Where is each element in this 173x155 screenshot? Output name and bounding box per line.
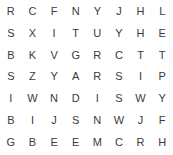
grid-cell[interactable]: I	[0, 88, 22, 110]
grid-cell[interactable]: N	[43, 88, 65, 110]
grid-cell[interactable]: E	[65, 131, 87, 153]
grid-cell[interactable]: I	[130, 66, 152, 88]
grid-cell[interactable]: F	[151, 110, 173, 132]
grid-cell[interactable]: S	[65, 110, 87, 132]
grid-cell[interactable]: U	[87, 23, 109, 45]
grid-cell[interactable]: P	[151, 66, 173, 88]
grid-cell[interactable]: Y	[43, 66, 65, 88]
grid-cell[interactable]: W	[130, 88, 152, 110]
grid-cell[interactable]: W	[22, 88, 44, 110]
grid-cell[interactable]: T	[151, 44, 173, 66]
grid-cell[interactable]: Z	[22, 66, 44, 88]
grid-cell[interactable]: R	[130, 131, 152, 153]
grid-cell[interactable]: N	[87, 110, 109, 132]
grid-cell[interactable]: S	[0, 66, 22, 88]
grid-cell[interactable]: Y	[108, 23, 130, 45]
grid-cell[interactable]: A	[65, 66, 87, 88]
grid-cell[interactable]: H	[130, 23, 152, 45]
word-search-grid: RCFNYJHLSXITUYHEBKVGRCTTSZYARSIPIWNDISWY…	[0, 0, 173, 155]
grid-cell[interactable]: B	[22, 131, 44, 153]
grid-cell[interactable]: L	[151, 1, 173, 23]
grid-cell[interactable]: Y	[151, 88, 173, 110]
grid-cell[interactable]: R	[0, 1, 22, 23]
grid-cell[interactable]: T	[130, 44, 152, 66]
grid-cell[interactable]: E	[43, 131, 65, 153]
grid-cell[interactable]: C	[22, 1, 44, 23]
grid-cell[interactable]: N	[65, 1, 87, 23]
grid-cell[interactable]: R	[87, 66, 109, 88]
grid-cell[interactable]: B	[0, 44, 22, 66]
grid-cell[interactable]: J	[43, 110, 65, 132]
grid-cell[interactable]: J	[108, 1, 130, 23]
grid-cell[interactable]: F	[43, 1, 65, 23]
grid-cell[interactable]: H	[151, 131, 173, 153]
grid-cell[interactable]: E	[151, 23, 173, 45]
grid-cell[interactable]: H	[130, 1, 152, 23]
grid-cell[interactable]: G	[0, 131, 22, 153]
grid-cell[interactable]: W	[108, 110, 130, 132]
grid-cell[interactable]: V	[43, 44, 65, 66]
grid-cell[interactable]: S	[108, 66, 130, 88]
grid-cell[interactable]: Y	[87, 1, 109, 23]
grid-cell[interactable]: R	[87, 44, 109, 66]
grid-cell[interactable]: J	[130, 110, 152, 132]
grid-cell[interactable]: I	[22, 110, 44, 132]
grid-cell[interactable]: K	[22, 44, 44, 66]
grid-cell[interactable]: S	[108, 88, 130, 110]
grid-cell[interactable]: C	[108, 131, 130, 153]
grid-cell[interactable]: I	[87, 88, 109, 110]
grid-cell[interactable]: I	[43, 23, 65, 45]
grid-cell[interactable]: T	[65, 23, 87, 45]
grid-cell[interactable]: B	[0, 110, 22, 132]
grid-cell[interactable]: C	[108, 44, 130, 66]
grid-cell[interactable]: D	[65, 88, 87, 110]
grid-cell[interactable]: M	[87, 131, 109, 153]
grid-cell[interactable]: G	[65, 44, 87, 66]
grid-cell[interactable]: S	[0, 23, 22, 45]
grid-cell[interactable]: X	[22, 23, 44, 45]
